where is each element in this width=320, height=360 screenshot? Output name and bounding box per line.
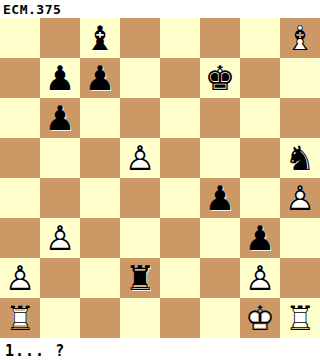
square-e8[interactable] <box>160 18 200 58</box>
chess-diagram-page: ECM.375 ♝♝♗♟♟♚♟♟♙♞♟♟♙♟♙♟♟♙♜♟♙♜♖♚♔♜♖ 1...… <box>0 0 320 360</box>
white-pawn-piece: ♟♙ <box>0 258 40 298</box>
square-h1[interactable]: ♜♖ <box>280 298 320 338</box>
square-e4[interactable] <box>160 178 200 218</box>
square-d5[interactable]: ♟♙ <box>120 138 160 178</box>
square-e2[interactable] <box>160 258 200 298</box>
black-pawn-piece: ♟ <box>240 218 280 258</box>
square-a2[interactable]: ♟♙ <box>0 258 40 298</box>
piece-outline-layer: ♙ <box>120 138 160 178</box>
black-pawn-piece: ♟ <box>200 178 240 218</box>
square-a5[interactable] <box>0 138 40 178</box>
square-h7[interactable] <box>280 58 320 98</box>
square-f2[interactable] <box>200 258 240 298</box>
square-g4[interactable] <box>240 178 280 218</box>
square-a7[interactable] <box>0 58 40 98</box>
white-pawn-piece: ♟♙ <box>280 178 320 218</box>
white-rook-piece: ♜♖ <box>280 298 320 338</box>
black-knight-piece: ♞ <box>280 138 320 178</box>
move-prompt: 1... ? <box>0 338 320 360</box>
piece-outline-layer: ♔ <box>240 298 280 338</box>
square-f3[interactable] <box>200 218 240 258</box>
square-d4[interactable] <box>120 178 160 218</box>
square-b1[interactable] <box>40 298 80 338</box>
square-e5[interactable] <box>160 138 200 178</box>
square-c1[interactable] <box>80 298 120 338</box>
black-bishop-piece: ♝ <box>80 18 120 58</box>
square-e6[interactable] <box>160 98 200 138</box>
square-d3[interactable] <box>120 218 160 258</box>
square-h2[interactable] <box>280 258 320 298</box>
square-d2[interactable]: ♜ <box>120 258 160 298</box>
square-b4[interactable] <box>40 178 80 218</box>
black-pawn-piece: ♟ <box>80 58 120 98</box>
square-a6[interactable] <box>0 98 40 138</box>
square-h6[interactable] <box>280 98 320 138</box>
square-c3[interactable] <box>80 218 120 258</box>
square-h3[interactable] <box>280 218 320 258</box>
square-g5[interactable] <box>240 138 280 178</box>
square-c6[interactable] <box>80 98 120 138</box>
square-g1[interactable]: ♚♔ <box>240 298 280 338</box>
piece-outline-layer: ♙ <box>240 258 280 298</box>
chess-board: ♝♝♗♟♟♚♟♟♙♞♟♟♙♟♙♟♟♙♜♟♙♜♖♚♔♜♖ <box>0 18 320 338</box>
square-a1[interactable]: ♜♖ <box>0 298 40 338</box>
square-g7[interactable] <box>240 58 280 98</box>
square-f4[interactable]: ♟ <box>200 178 240 218</box>
square-d7[interactable] <box>120 58 160 98</box>
piece-outline-layer: ♖ <box>280 298 320 338</box>
square-a4[interactable] <box>0 178 40 218</box>
square-c8[interactable]: ♝ <box>80 18 120 58</box>
square-b6[interactable]: ♟ <box>40 98 80 138</box>
white-rook-piece: ♜♖ <box>0 298 40 338</box>
square-b5[interactable] <box>40 138 80 178</box>
square-c2[interactable] <box>80 258 120 298</box>
square-e3[interactable] <box>160 218 200 258</box>
square-c5[interactable] <box>80 138 120 178</box>
square-f5[interactable] <box>200 138 240 178</box>
square-h8[interactable]: ♝♗ <box>280 18 320 58</box>
diagram-title: ECM.375 <box>0 0 320 18</box>
black-pawn-piece: ♟ <box>40 58 80 98</box>
square-b3[interactable]: ♟♙ <box>40 218 80 258</box>
piece-outline-layer: ♗ <box>280 18 320 58</box>
square-h5[interactable]: ♞ <box>280 138 320 178</box>
square-a8[interactable] <box>0 18 40 58</box>
square-d6[interactable] <box>120 98 160 138</box>
square-h4[interactable]: ♟♙ <box>280 178 320 218</box>
square-f1[interactable] <box>200 298 240 338</box>
square-d8[interactable] <box>120 18 160 58</box>
black-rook-piece: ♜ <box>120 258 160 298</box>
square-b8[interactable] <box>40 18 80 58</box>
white-pawn-piece: ♟♙ <box>40 218 80 258</box>
square-f8[interactable] <box>200 18 240 58</box>
piece-outline-layer: ♙ <box>40 218 80 258</box>
square-g8[interactable] <box>240 18 280 58</box>
white-bishop-piece: ♝♗ <box>280 18 320 58</box>
black-pawn-piece: ♟ <box>40 98 80 138</box>
square-f7[interactable]: ♚ <box>200 58 240 98</box>
square-g6[interactable] <box>240 98 280 138</box>
piece-outline-layer: ♙ <box>0 258 40 298</box>
square-d1[interactable] <box>120 298 160 338</box>
square-e1[interactable] <box>160 298 200 338</box>
black-king-piece: ♚ <box>200 58 240 98</box>
square-c4[interactable] <box>80 178 120 218</box>
square-g3[interactable]: ♟ <box>240 218 280 258</box>
white-pawn-piece: ♟♙ <box>240 258 280 298</box>
square-e7[interactable] <box>160 58 200 98</box>
square-b7[interactable]: ♟ <box>40 58 80 98</box>
white-pawn-piece: ♟♙ <box>120 138 160 178</box>
piece-outline-layer: ♙ <box>280 178 320 218</box>
white-king-piece: ♚♔ <box>240 298 280 338</box>
square-f6[interactable] <box>200 98 240 138</box>
square-b2[interactable] <box>40 258 80 298</box>
square-g2[interactable]: ♟♙ <box>240 258 280 298</box>
square-a3[interactable] <box>0 218 40 258</box>
square-c7[interactable]: ♟ <box>80 58 120 98</box>
piece-outline-layer: ♖ <box>0 298 40 338</box>
